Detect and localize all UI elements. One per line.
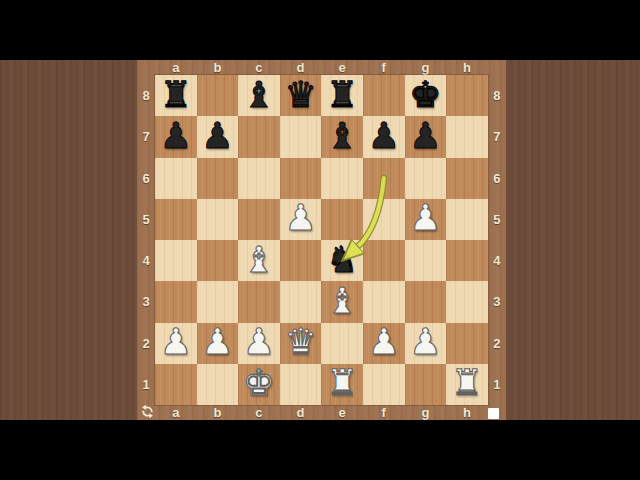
square-f6[interactable]	[363, 158, 405, 199]
file-label-b-top: b	[197, 60, 239, 75]
piece-black-queen-d8[interactable]: ♛	[284, 77, 316, 113]
square-e3[interactable]: ♝	[321, 281, 363, 322]
piece-black-pawn-g7[interactable]: ♟	[409, 118, 441, 154]
rank-label-6-right: 6	[488, 158, 506, 199]
square-d5[interactable]: ♟	[280, 199, 322, 240]
file-label-h-bottom: h	[446, 405, 488, 420]
file-label-g-bottom: g	[405, 405, 447, 420]
file-label-a-bottom: a	[155, 405, 197, 420]
square-h3[interactable]	[446, 281, 488, 322]
square-h2[interactable]	[446, 323, 488, 364]
square-e4[interactable]: ♞	[321, 240, 363, 281]
rank-label-3-right: 3	[488, 281, 506, 322]
piece-white-pawn-c2[interactable]: ♟	[243, 324, 275, 360]
square-f7[interactable]: ♟	[363, 116, 405, 157]
square-e6[interactable]	[321, 158, 363, 199]
rank-label-7-right: 7	[488, 116, 506, 157]
piece-white-pawn-a2[interactable]: ♟	[160, 324, 192, 360]
file-label-a-top: a	[155, 60, 197, 75]
piece-black-pawn-a7[interactable]: ♟	[160, 118, 192, 154]
square-b8[interactable]	[197, 75, 239, 116]
letterbox-bottom	[0, 420, 640, 480]
piece-white-pawn-g2[interactable]: ♟	[409, 324, 441, 360]
square-b5[interactable]	[197, 199, 239, 240]
square-c8[interactable]: ♝	[238, 75, 280, 116]
rank-label-6-left: 6	[137, 158, 155, 199]
piece-black-pawn-f7[interactable]: ♟	[368, 118, 400, 154]
piece-white-pawn-g5[interactable]: ♟	[409, 200, 441, 236]
square-c2[interactable]: ♟	[238, 323, 280, 364]
square-a5[interactable]	[155, 199, 197, 240]
square-f8[interactable]	[363, 75, 405, 116]
rank-label-5-right: 5	[488, 199, 506, 240]
rank-label-7-left: 7	[137, 116, 155, 157]
stop-icon	[488, 408, 499, 419]
square-a6[interactable]	[155, 158, 197, 199]
piece-white-rook-h1[interactable]: ♜	[451, 365, 483, 401]
square-g2[interactable]: ♟	[405, 323, 447, 364]
screenshot-root: abcdefgh abcdefgh 87654321 87654321 ♜♝♛♜…	[0, 0, 640, 480]
file-label-f-top: f	[363, 60, 405, 75]
square-b3[interactable]	[197, 281, 239, 322]
square-a2[interactable]: ♟	[155, 323, 197, 364]
piece-white-bishop-c4[interactable]: ♝	[243, 242, 275, 278]
piece-black-knight-e4[interactable]: ♞	[326, 242, 358, 278]
rank-label-3-left: 3	[137, 281, 155, 322]
square-e5[interactable]	[321, 199, 363, 240]
piece-black-bishop-e7[interactable]: ♝	[326, 118, 358, 154]
square-e8[interactable]: ♜	[321, 75, 363, 116]
square-f4[interactable]	[363, 240, 405, 281]
file-label-b-bottom: b	[197, 405, 239, 420]
file-labels-bottom: abcdefgh	[155, 405, 488, 420]
square-b2[interactable]: ♟	[197, 323, 239, 364]
square-b6[interactable]	[197, 158, 239, 199]
square-e1[interactable]: ♜	[321, 364, 363, 405]
square-h5[interactable]	[446, 199, 488, 240]
piece-white-pawn-d5[interactable]: ♟	[284, 200, 316, 236]
square-f1[interactable]	[363, 364, 405, 405]
rank-label-8-right: 8	[488, 75, 506, 116]
square-g5[interactable]: ♟	[405, 199, 447, 240]
square-g4[interactable]	[405, 240, 447, 281]
square-e7[interactable]: ♝	[321, 116, 363, 157]
square-b7[interactable]: ♟	[197, 116, 239, 157]
square-a1[interactable]	[155, 364, 197, 405]
letterbox-top	[0, 0, 640, 60]
piece-white-queen-d2[interactable]: ♛	[284, 324, 316, 360]
square-d3[interactable]	[280, 281, 322, 322]
square-f2[interactable]: ♟	[363, 323, 405, 364]
rank-label-5-left: 5	[137, 199, 155, 240]
rank-label-2-left: 2	[137, 323, 155, 364]
square-h1[interactable]: ♜	[446, 364, 488, 405]
square-g1[interactable]	[405, 364, 447, 405]
square-g7[interactable]: ♟	[405, 116, 447, 157]
rank-label-4-left: 4	[137, 240, 155, 281]
rank-labels-right: 87654321	[488, 75, 506, 405]
square-f3[interactable]	[363, 281, 405, 322]
chess-board: abcdefgh abcdefgh 87654321 87654321 ♜♝♛♜…	[137, 60, 506, 420]
square-c1[interactable]: ♚	[238, 364, 280, 405]
square-a4[interactable]	[155, 240, 197, 281]
rank-labels-left: 87654321	[137, 75, 155, 405]
piece-white-rook-e1[interactable]: ♜	[326, 365, 358, 401]
square-d2[interactable]: ♛	[280, 323, 322, 364]
rank-label-4-right: 4	[488, 240, 506, 281]
file-labels-top: abcdefgh	[155, 60, 488, 75]
square-a7[interactable]: ♟	[155, 116, 197, 157]
file-label-f-bottom: f	[363, 405, 405, 420]
piece-white-pawn-f2[interactable]: ♟	[368, 324, 400, 360]
rank-label-8-left: 8	[137, 75, 155, 116]
square-c5[interactable]	[238, 199, 280, 240]
file-label-d-bottom: d	[280, 405, 322, 420]
square-d7[interactable]	[280, 116, 322, 157]
square-b4[interactable]	[197, 240, 239, 281]
piece-black-king-g8[interactable]: ♚	[409, 77, 441, 113]
square-d6[interactable]	[280, 158, 322, 199]
square-c7[interactable]	[238, 116, 280, 157]
square-h8[interactable]	[446, 75, 488, 116]
piece-black-rook-a8[interactable]: ♜	[160, 77, 192, 113]
file-label-c-top: c	[238, 60, 280, 75]
square-h7[interactable]	[446, 116, 488, 157]
rank-label-1-left: 1	[137, 364, 155, 405]
square-d4[interactable]	[280, 240, 322, 281]
square-h4[interactable]	[446, 240, 488, 281]
square-a8[interactable]: ♜	[155, 75, 197, 116]
square-c6[interactable]	[238, 158, 280, 199]
rank-label-2-right: 2	[488, 323, 506, 364]
square-d8[interactable]: ♛	[280, 75, 322, 116]
square-g8[interactable]: ♚	[405, 75, 447, 116]
file-label-g-top: g	[405, 60, 447, 75]
piece-black-rook-e8[interactable]: ♜	[326, 77, 358, 113]
piece-black-pawn-b7[interactable]: ♟	[201, 118, 233, 154]
square-g6[interactable]	[405, 158, 447, 199]
board-squares: ♜♝♛♜♚♟♟♝♟♟♟♟♝♞♝♟♟♟♛♟♟♚♜♜	[155, 75, 488, 405]
file-label-c-bottom: c	[238, 405, 280, 420]
rank-label-1-right: 1	[488, 364, 506, 405]
square-h6[interactable]	[446, 158, 488, 199]
file-label-h-top: h	[446, 60, 488, 75]
square-f5[interactable]	[363, 199, 405, 240]
square-e2[interactable]	[321, 323, 363, 364]
square-c3[interactable]	[238, 281, 280, 322]
piece-white-pawn-b2[interactable]: ♟	[201, 324, 233, 360]
square-d1[interactable]	[280, 364, 322, 405]
square-a3[interactable]	[155, 281, 197, 322]
square-g3[interactable]	[405, 281, 447, 322]
file-label-e-top: e	[321, 60, 363, 75]
file-label-d-top: d	[280, 60, 322, 75]
flip-board-icon[interactable]	[140, 404, 155, 419]
piece-white-king-c1[interactable]: ♚	[243, 365, 275, 401]
square-c4[interactable]: ♝	[238, 240, 280, 281]
board-background: abcdefgh abcdefgh 87654321 87654321 ♜♝♛♜…	[0, 60, 640, 420]
piece-white-bishop-e3[interactable]: ♝	[326, 283, 358, 319]
file-label-e-bottom: e	[321, 405, 363, 420]
square-b1[interactable]	[197, 364, 239, 405]
piece-black-bishop-c8[interactable]: ♝	[243, 77, 275, 113]
